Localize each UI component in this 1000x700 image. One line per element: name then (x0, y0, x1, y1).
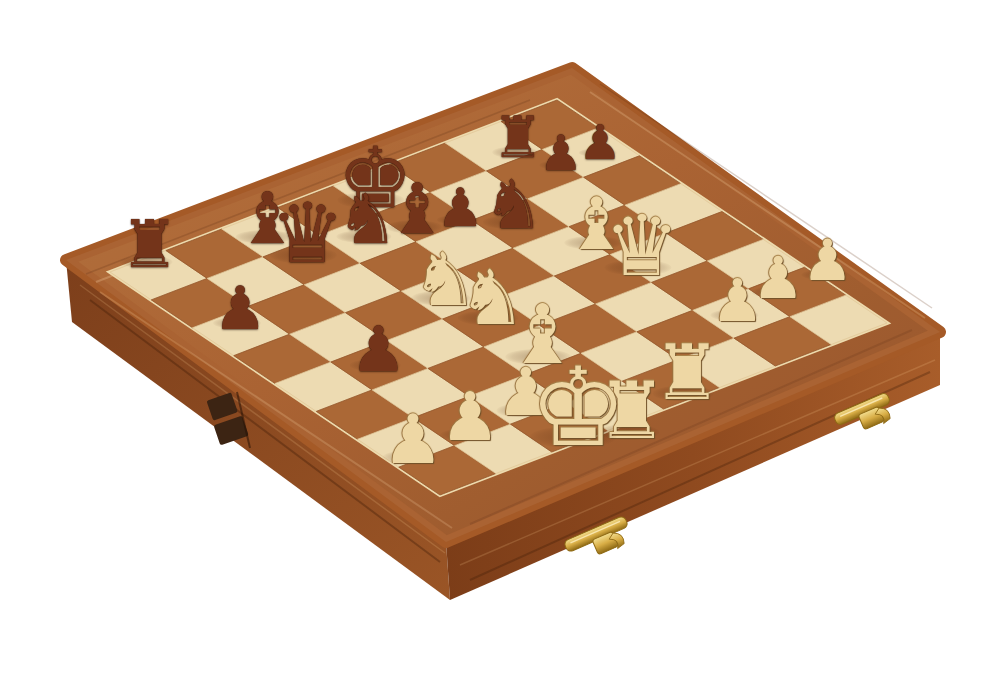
black-pawn: ♟ (539, 129, 583, 178)
white-pawn: ♟ (383, 406, 444, 474)
white-pawn: ♟ (711, 271, 764, 330)
black-pawn: ♟ (350, 318, 406, 381)
white-pawn: ♟ (802, 232, 853, 289)
black-pawn: ♟ (578, 117, 621, 165)
black-knight: ♞ (337, 184, 399, 253)
chess-set-photo: ♜♟♟♚♟♞♝♞♝♝♛♜♛♟♟♞♟♞♟♝♟♜♟♜♟♚♟ (0, 0, 1000, 700)
black-knight: ♞ (483, 171, 544, 239)
black-queen: ♛ (270, 192, 344, 275)
white-pawn: ♟ (440, 384, 500, 451)
white-queen: ♛ (604, 203, 679, 287)
black-rook: ♜ (120, 212, 179, 278)
black-rook: ♜ (492, 110, 543, 167)
white-king: ♚ (529, 353, 627, 462)
black-pawn: ♟ (213, 278, 267, 338)
